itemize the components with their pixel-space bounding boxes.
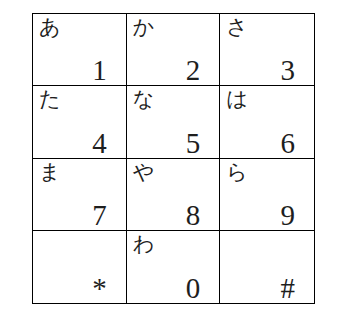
- key-label-hash: #: [280, 274, 295, 303]
- key-label-9: 9: [280, 201, 295, 230]
- key-8[interactable]: や 8: [127, 159, 221, 231]
- key-label-star: *: [92, 274, 107, 303]
- key-2[interactable]: か 2: [127, 14, 221, 86]
- key-star[interactable]: *: [33, 231, 127, 303]
- key-label-1: 1: [92, 56, 107, 85]
- key-5[interactable]: な 5: [127, 86, 221, 158]
- kana-label-wa: わ: [133, 233, 155, 256]
- key-label-3: 3: [280, 56, 295, 85]
- kana-keypad-page: あ 1 か 2 さ 3 た 4 な 5 は 6 ま 7 や 8: [0, 0, 341, 321]
- key-6[interactable]: は 6: [220, 86, 314, 158]
- key-7[interactable]: ま 7: [33, 159, 127, 231]
- key-label-6: 6: [280, 129, 295, 158]
- key-label-2: 2: [186, 56, 201, 85]
- key-label-5: 5: [186, 129, 201, 158]
- kana-label-a: あ: [39, 16, 61, 39]
- key-0[interactable]: わ 0: [127, 231, 221, 303]
- kana-keypad-grid: あ 1 か 2 さ 3 た 4 な 5 は 6 ま 7 や 8: [32, 13, 315, 304]
- kana-label-ka: か: [133, 16, 155, 39]
- key-label-8: 8: [186, 201, 201, 230]
- kana-label-ya: や: [133, 161, 155, 184]
- key-9[interactable]: ら 9: [220, 159, 314, 231]
- key-1[interactable]: あ 1: [33, 14, 127, 86]
- kana-label-ma: ま: [39, 161, 61, 184]
- kana-label-sa: さ: [226, 16, 248, 39]
- key-4[interactable]: た 4: [33, 86, 127, 158]
- kana-label-ra: ら: [226, 161, 248, 184]
- kana-label-ta: た: [39, 88, 61, 111]
- key-label-4: 4: [92, 129, 107, 158]
- key-label-0: 0: [186, 274, 201, 303]
- key-hash[interactable]: #: [220, 231, 314, 303]
- key-label-7: 7: [92, 201, 107, 230]
- kana-label-ha: は: [226, 88, 248, 111]
- kana-label-na: な: [133, 88, 155, 111]
- key-3[interactable]: さ 3: [220, 14, 314, 86]
